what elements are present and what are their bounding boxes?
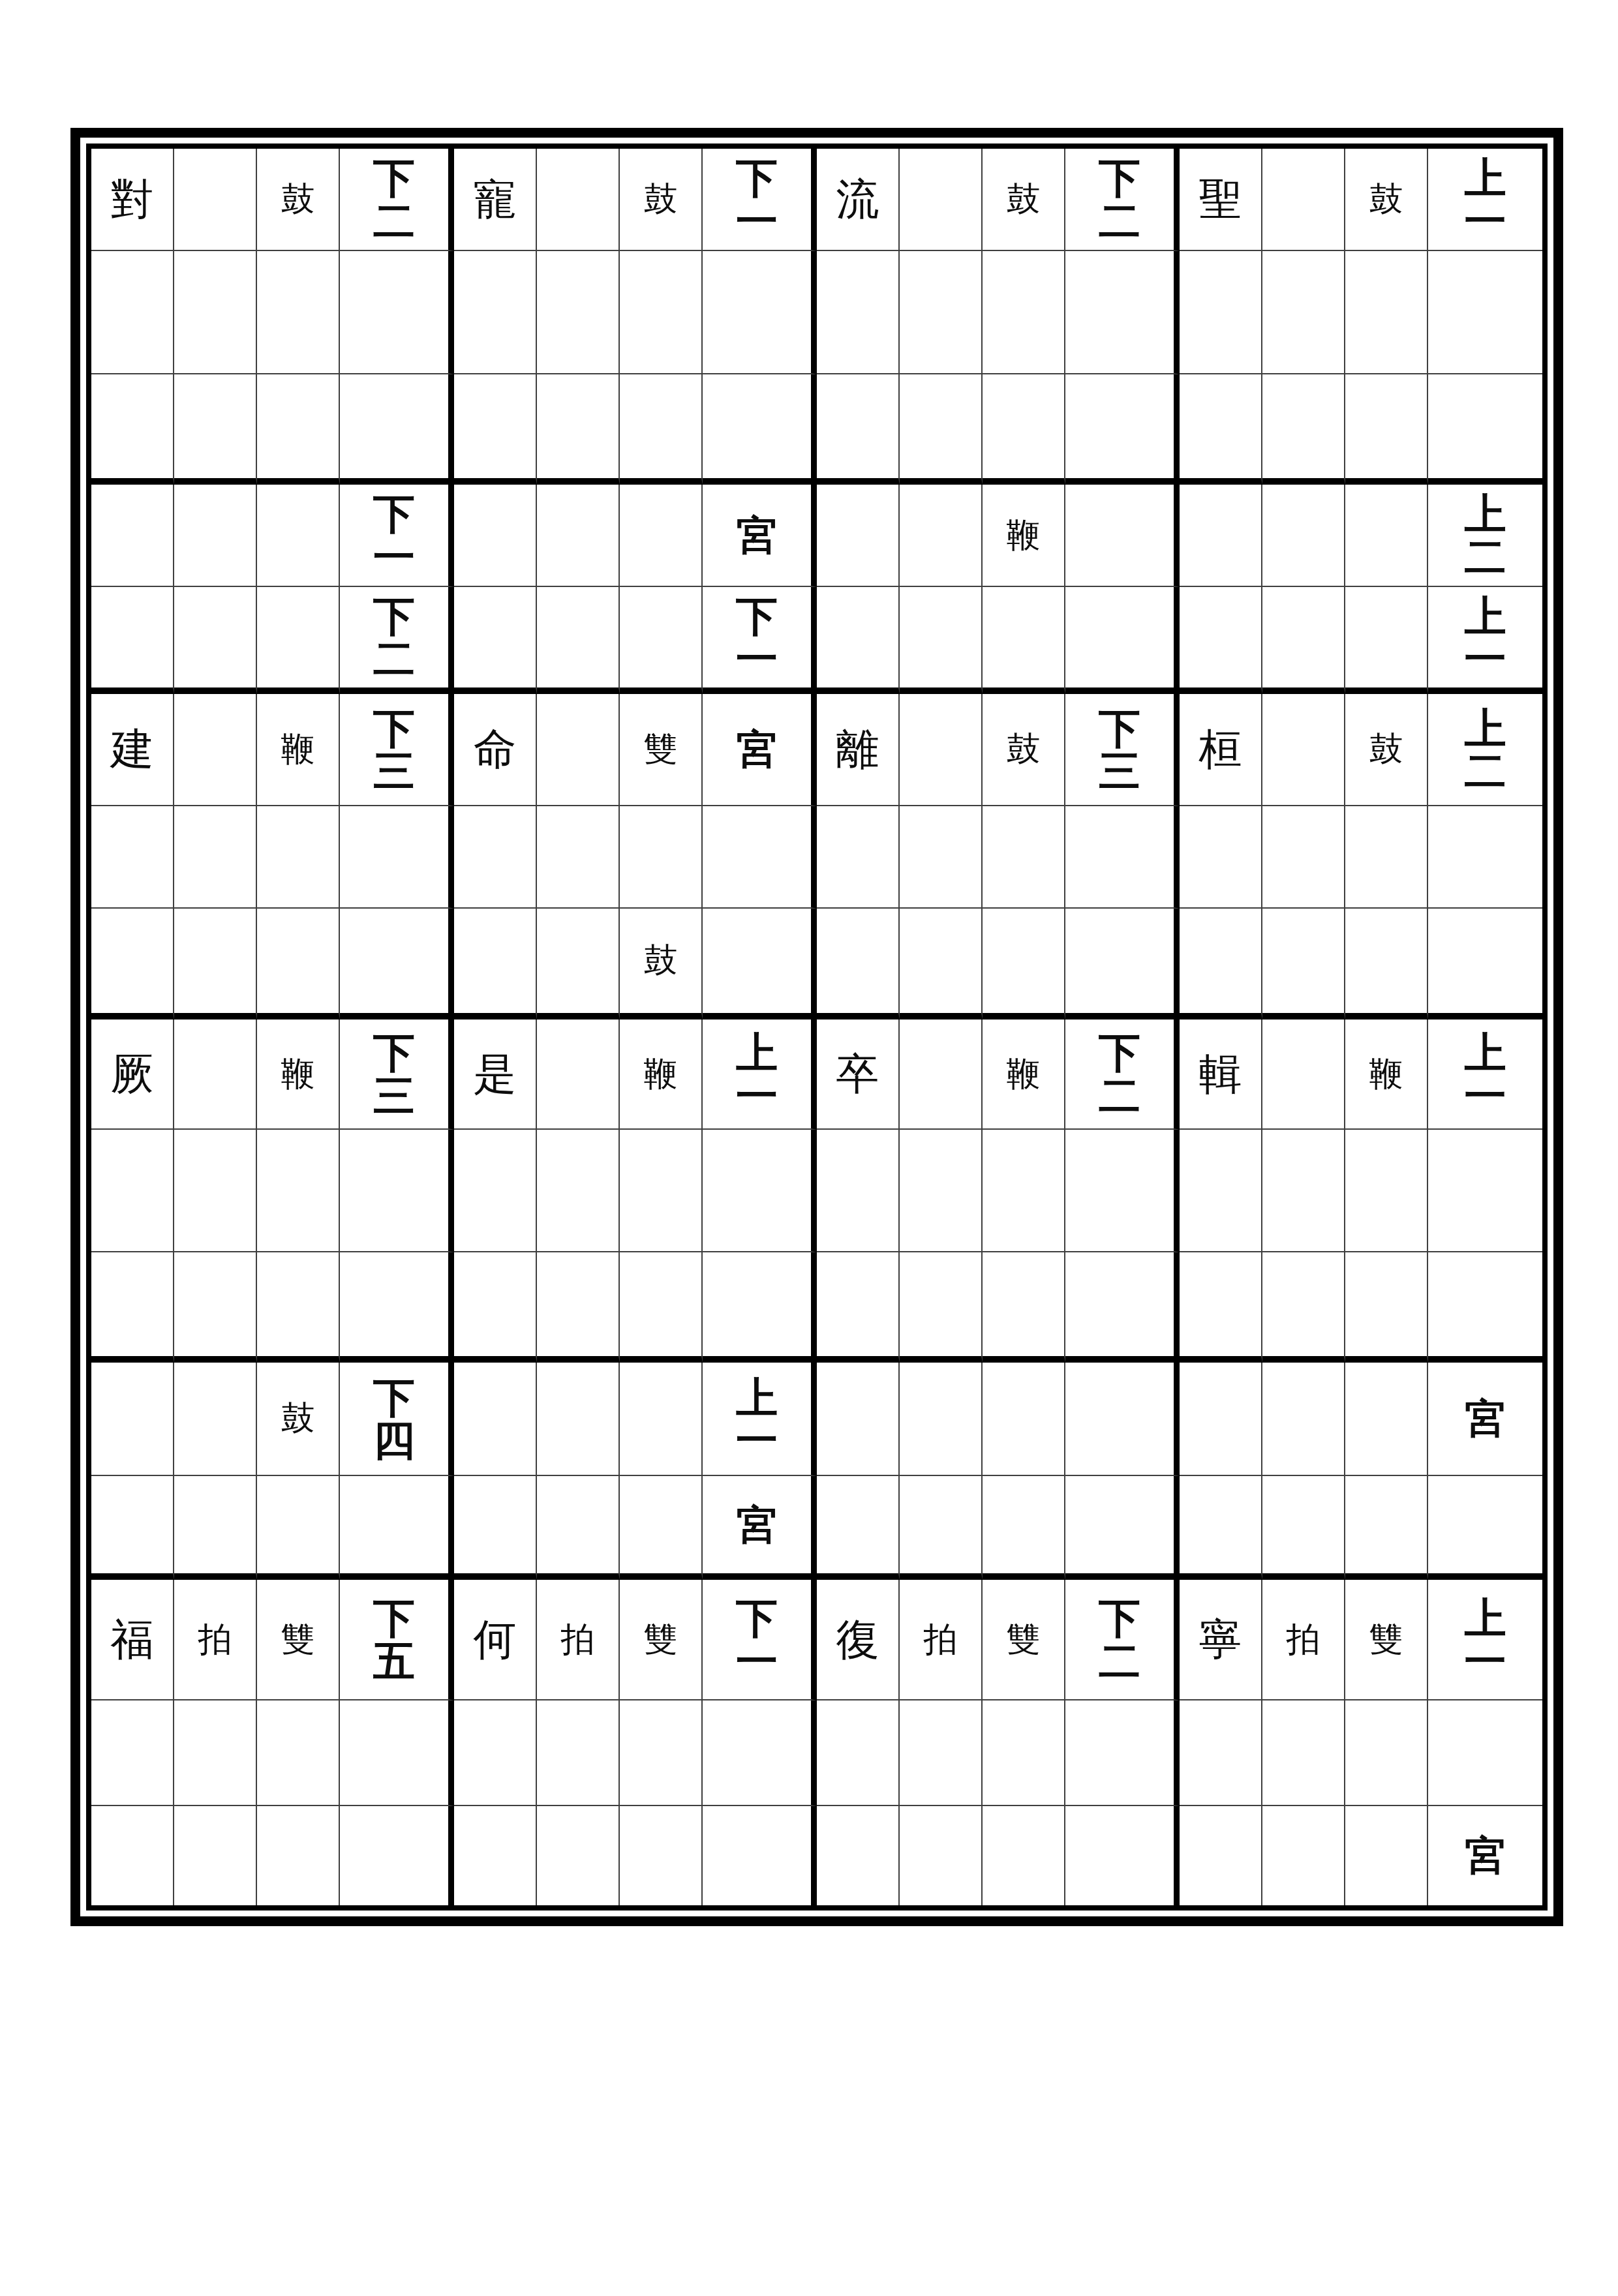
cell-r12c4-pitch: 下四 [340,1363,454,1476]
cell-r6c1-lyric: 建 [91,694,174,806]
pitch-char: 一 [1465,1074,1506,1117]
pitch-char: 宮 [737,515,777,556]
cell-r2c3 [257,251,340,374]
cell-r11c6 [537,1252,620,1363]
pitch-char: 下 [1099,707,1140,749]
cell-r13c5 [454,1476,537,1580]
cell-r16c7 [620,1806,703,1905]
cell-r12c3-percussion: 鼓 [257,1363,340,1476]
pitch-char: 上 [1465,492,1506,535]
cell-r4c9 [817,485,900,587]
cell-r7c10 [900,806,983,909]
pitch-char: 下 [1099,1031,1140,1074]
cell-r13c15 [1345,1476,1428,1580]
cell-r11c9 [817,1252,900,1363]
cell-r1c4-pitch: 下二 [340,149,454,251]
cell-r4c10 [900,485,983,587]
cell-r14c10-clapper: 拍 [900,1580,983,1700]
cell-r10c15 [1345,1130,1428,1252]
cell-r4c11-percussion: 鞭 [983,485,1065,587]
cell-r12c16-pitch: 宮 [1428,1363,1542,1476]
cell-r10c12 [1065,1130,1180,1252]
cell-r14c5-lyric: 何 [454,1580,537,1700]
cell-r7c12 [1065,806,1180,909]
cell-r6c6 [537,694,620,806]
cell-r1c8-pitch: 下一 [703,149,817,251]
cell-r4c1 [91,485,174,587]
cell-r5c6 [537,587,620,694]
pitch-char: 下 [373,1376,415,1419]
cell-r3c5 [454,374,537,485]
cell-r8c3 [257,909,340,1020]
cell-r8c11 [983,909,1065,1020]
pitch-char: 上 [1465,1031,1506,1074]
cell-r5c3 [257,587,340,694]
cell-r2c11 [983,251,1065,374]
cell-r5c15 [1345,587,1428,694]
cell-r12c6 [537,1363,620,1476]
cell-r9c15-percussion: 鞭 [1345,1020,1428,1130]
cell-r13c7 [620,1476,703,1580]
cell-r5c14 [1262,587,1345,694]
cell-r14c13-lyric: 寧 [1180,1580,1262,1700]
cell-r12c10 [900,1363,983,1476]
pitch-char: 一 [736,637,778,680]
cell-r2c13 [1180,251,1262,374]
pitch-char: 下 [373,492,415,535]
pitch-char: 宮 [1465,1398,1506,1439]
cell-r8c15 [1345,909,1428,1020]
cell-r4c13 [1180,485,1262,587]
cell-r2c12 [1065,251,1180,374]
cell-r5c5 [454,587,537,694]
cell-r16c13 [1180,1806,1262,1905]
cell-r9c14 [1262,1020,1345,1130]
cell-r6c15-percussion: 鼓 [1345,694,1428,806]
cell-r9c3-percussion: 鞭 [257,1020,340,1130]
cell-r3c14 [1262,374,1345,485]
cell-r1c5-lyric: 寵 [454,149,537,251]
cell-r15c16 [1428,1700,1542,1806]
cell-r11c4 [340,1252,454,1363]
pitch-char: 一 [736,1074,778,1117]
cell-r5c1 [91,587,174,694]
cell-r3c3 [257,374,340,485]
cell-r8c4 [340,909,454,1020]
cell-r2c4 [340,251,454,374]
cell-r6c3-percussion: 鞭 [257,694,340,806]
cell-r16c16-pitch: 宮 [1428,1806,1542,1905]
cell-r10c6 [537,1130,620,1252]
cell-r1c15-percussion: 鼓 [1345,149,1428,251]
cell-r10c11 [983,1130,1065,1252]
pitch-char: 二 [1099,1640,1140,1682]
cell-r3c10 [900,374,983,485]
cell-r9c6 [537,1020,620,1130]
cell-r14c16-pitch: 上一 [1428,1580,1542,1700]
pitch-char: 一 [1465,200,1506,242]
cell-r7c16 [1428,806,1542,909]
cell-r13c12 [1065,1476,1180,1580]
cell-r9c11-percussion: 鞭 [983,1020,1065,1130]
cell-r5c13 [1180,587,1262,694]
cell-r6c14 [1262,694,1345,806]
cell-r4c6 [537,485,620,587]
cell-r13c6 [537,1476,620,1580]
cell-r4c15 [1345,485,1428,587]
cell-r11c10 [900,1252,983,1363]
pitch-char: 下 [736,157,778,199]
cell-r10c1 [91,1130,174,1252]
pitch-char: 一 [736,1640,778,1682]
cell-r11c5 [454,1252,537,1363]
cell-r3c16 [1428,374,1542,485]
cell-r7c4 [340,806,454,909]
pitch-char: 一 [736,1419,778,1461]
cell-r6c16-pitch: 上二 [1428,694,1542,806]
cell-r13c4 [340,1476,454,1580]
cell-r12c5 [454,1363,537,1476]
pitch-char: 三 [373,749,415,792]
cell-r4c7 [620,485,703,587]
cell-r12c14 [1262,1363,1345,1476]
cell-r10c8 [703,1130,817,1252]
cell-r2c16 [1428,251,1542,374]
cell-r15c7 [620,1700,703,1806]
cell-r16c15 [1345,1806,1428,1905]
pitch-char: 二 [1465,749,1506,792]
cell-r3c2 [174,374,257,485]
cell-r8c6 [537,909,620,1020]
cell-r6c7-percussion: 雙 [620,694,703,806]
music-score-sheet: 對鼓下二寵鼓下一流鼓下二聖鼓上一下一宮鞭上二下二下一上一建鞭下三命雙宮離鼓下三桓… [0,0,1618,2296]
cell-r11c2 [174,1252,257,1363]
cell-r7c6 [537,806,620,909]
cell-r15c12 [1065,1700,1180,1806]
cell-r13c8-pitch: 宮 [703,1476,817,1580]
score-inner-frame: 對鼓下二寵鼓下一流鼓下二聖鼓上一下一宮鞭上二下二下一上一建鞭下三命雙宮離鼓下三桓… [86,143,1548,1911]
cell-r7c11 [983,806,1065,909]
pitch-char: 二 [1465,536,1506,578]
pitch-char: 五 [373,1640,415,1682]
cell-r14c2-clapper: 拍 [174,1580,257,1700]
cell-r12c7 [620,1363,703,1476]
cell-r7c13 [1180,806,1262,909]
pitch-char: 上 [736,1031,778,1074]
cell-r5c4-pitch: 下二 [340,587,454,694]
cell-r14c8-pitch: 下一 [703,1580,817,1700]
cell-r14c14-clapper: 拍 [1262,1580,1345,1700]
cell-r15c5 [454,1700,537,1806]
cell-r8c1 [91,909,174,1020]
cell-r5c8-pitch: 下一 [703,587,817,694]
cell-r3c9 [817,374,900,485]
cell-r15c6 [537,1700,620,1806]
cell-r15c13 [1180,1700,1262,1806]
cell-r16c3 [257,1806,340,1905]
cell-r6c2 [174,694,257,806]
cell-r9c2 [174,1020,257,1130]
cell-r13c13 [1180,1476,1262,1580]
cell-r11c3 [257,1252,340,1363]
cell-r1c7-percussion: 鼓 [620,149,703,251]
cell-r13c1 [91,1476,174,1580]
pitch-char: 二 [373,637,415,680]
cell-r15c10 [900,1700,983,1806]
cell-r13c2 [174,1476,257,1580]
cell-r13c9 [817,1476,900,1580]
cell-r6c11-percussion: 鼓 [983,694,1065,806]
pitch-char: 下 [373,1597,415,1639]
pitch-char: 下 [1099,1597,1140,1639]
cell-r2c15 [1345,251,1428,374]
cell-r10c4 [340,1130,454,1252]
pitch-char: 下 [373,595,415,637]
cell-r14c4-pitch: 下五 [340,1580,454,1700]
cell-r10c10 [900,1130,983,1252]
cell-r1c13-lyric: 聖 [1180,149,1262,251]
cell-r8c2 [174,909,257,1020]
cell-r14c6-clapper: 拍 [537,1580,620,1700]
cell-r4c16-pitch: 上二 [1428,485,1542,587]
pitch-char: 一 [736,200,778,242]
cell-r2c8 [703,251,817,374]
cell-r5c9 [817,587,900,694]
cell-r5c10 [900,587,983,694]
cell-r6c5-lyric: 命 [454,694,537,806]
cell-r1c2 [174,149,257,251]
cell-r7c8 [703,806,817,909]
cell-r16c11 [983,1806,1065,1905]
cell-r14c3-percussion: 雙 [257,1580,340,1700]
cell-r12c12 [1065,1363,1180,1476]
pitch-char: 二 [1099,1074,1140,1117]
cell-r10c7 [620,1130,703,1252]
cell-r12c8-pitch: 上一 [703,1363,817,1476]
cell-r2c14 [1262,251,1345,374]
cell-r3c8 [703,374,817,485]
cell-r7c1 [91,806,174,909]
cell-r16c8 [703,1806,817,1905]
cell-r10c13 [1180,1130,1262,1252]
cell-r4c3 [257,485,340,587]
pitch-char: 上 [1465,707,1506,749]
cell-r3c6 [537,374,620,485]
cell-r9c5-lyric: 是 [454,1020,537,1130]
cell-r12c2 [174,1363,257,1476]
cell-r12c1 [91,1363,174,1476]
cell-r13c16 [1428,1476,1542,1580]
cell-r14c1-lyric: 福 [91,1580,174,1700]
pitch-char: 三 [373,1074,415,1117]
cell-r8c14 [1262,909,1345,1020]
cell-r14c12-pitch: 下二 [1065,1580,1180,1700]
cell-r15c1 [91,1700,174,1806]
cell-r3c1 [91,374,174,485]
cell-r5c2 [174,587,257,694]
cell-r15c4 [340,1700,454,1806]
cell-r8c10 [900,909,983,1020]
cell-r11c11 [983,1252,1065,1363]
cell-r9c12-pitch: 下二 [1065,1020,1180,1130]
cell-r2c5 [454,251,537,374]
cell-r7c15 [1345,806,1428,909]
pitch-char: 下 [373,1031,415,1074]
cell-r15c9 [817,1700,900,1806]
cell-r9c4-pitch: 下三 [340,1020,454,1130]
cell-r3c7 [620,374,703,485]
cell-r16c10 [900,1806,983,1905]
cell-r16c4 [340,1806,454,1905]
cell-r3c13 [1180,374,1262,485]
cell-r11c13 [1180,1252,1262,1363]
cell-r16c1 [91,1806,174,1905]
cell-r14c15-percussion: 雙 [1345,1580,1428,1700]
cell-r9c13-lyric: 輯 [1180,1020,1262,1130]
cell-r8c8 [703,909,817,1020]
cell-r13c3 [257,1476,340,1580]
pitch-char: 二 [1099,200,1140,242]
cell-r14c9-lyric: 復 [817,1580,900,1700]
cell-r16c9 [817,1806,900,1905]
cell-r15c15 [1345,1700,1428,1806]
pitch-char: 上 [1465,595,1506,637]
cell-r16c12 [1065,1806,1180,1905]
cell-r7c3 [257,806,340,909]
pitch-char: 上 [736,1376,778,1419]
cell-r15c3 [257,1700,340,1806]
pitch-char: 二 [373,200,415,242]
cell-r11c16 [1428,1252,1542,1363]
pitch-char: 一 [1465,1640,1506,1682]
cell-r11c8 [703,1252,817,1363]
cell-r9c10 [900,1020,983,1130]
pitch-char: 宮 [737,729,777,770]
pitch-char: 三 [1099,749,1140,792]
cell-r10c16 [1428,1130,1542,1252]
cell-r1c1-lyric: 對 [91,149,174,251]
cell-r8c9 [817,909,900,1020]
pitch-char: 下 [1099,157,1140,199]
cell-r4c14 [1262,485,1345,587]
score-outer-frame: 對鼓下二寵鼓下一流鼓下二聖鼓上一下一宮鞭上二下二下一上一建鞭下三命雙宮離鼓下三桓… [70,128,1563,1926]
cell-r3c4 [340,374,454,485]
cell-r15c8 [703,1700,817,1806]
pitch-char: 上 [1465,157,1506,199]
cell-r9c1-lyric: 厥 [91,1020,174,1130]
pitch-char: 一 [1465,637,1506,680]
cell-r7c7 [620,806,703,909]
cell-r1c12-pitch: 下二 [1065,149,1180,251]
cell-r2c2 [174,251,257,374]
cell-r11c15 [1345,1252,1428,1363]
cell-r4c5 [454,485,537,587]
cell-r1c10 [900,149,983,251]
cell-r8c16 [1428,909,1542,1020]
cell-r8c12 [1065,909,1180,1020]
cell-r8c13 [1180,909,1262,1020]
cell-r4c2 [174,485,257,587]
cell-r6c12-pitch: 下三 [1065,694,1180,806]
cell-r6c8-pitch: 宮 [703,694,817,806]
cell-r12c11 [983,1363,1065,1476]
cell-r2c1 [91,251,174,374]
cell-r7c2 [174,806,257,909]
pitch-char: 宮 [1465,1835,1506,1876]
cell-r6c13-lyric: 桓 [1180,694,1262,806]
cell-r9c9-lyric: 卒 [817,1020,900,1130]
pitch-char: 下 [373,157,415,199]
score-grid: 對鼓下二寵鼓下一流鼓下二聖鼓上一下一宮鞭上二下二下一上一建鞭下三命雙宮離鼓下三桓… [91,149,1542,1905]
cell-r1c16-pitch: 上一 [1428,149,1542,251]
cell-r10c14 [1262,1130,1345,1252]
cell-r16c6 [537,1806,620,1905]
cell-r11c7 [620,1252,703,1363]
cell-r12c15 [1345,1363,1428,1476]
cell-r13c10 [900,1476,983,1580]
cell-r9c7-percussion: 鞭 [620,1020,703,1130]
cell-r15c14 [1262,1700,1345,1806]
cell-r2c7 [620,251,703,374]
cell-r1c3-percussion: 鼓 [257,149,340,251]
pitch-char: 一 [373,536,415,578]
cell-r2c9 [817,251,900,374]
cell-r14c7-percussion: 雙 [620,1580,703,1700]
cell-r8c5 [454,909,537,1020]
cell-r16c5 [454,1806,537,1905]
cell-r15c11 [983,1700,1065,1806]
cell-r10c5 [454,1130,537,1252]
cell-r11c14 [1262,1252,1345,1363]
cell-r7c14 [1262,806,1345,909]
cell-r16c2 [174,1806,257,1905]
cell-r1c11-percussion: 鼓 [983,149,1065,251]
pitch-char: 下 [736,1597,778,1639]
pitch-char: 宮 [737,1504,777,1545]
cell-r3c15 [1345,374,1428,485]
cell-r4c8-pitch: 宮 [703,485,817,587]
pitch-char: 四 [373,1419,415,1461]
cell-r13c11 [983,1476,1065,1580]
cell-r11c1 [91,1252,174,1363]
cell-r12c13 [1180,1363,1262,1476]
cell-r7c5 [454,806,537,909]
cell-r5c11 [983,587,1065,694]
cell-r1c14 [1262,149,1345,251]
cell-r10c9 [817,1130,900,1252]
cell-r14c11-percussion: 雙 [983,1580,1065,1700]
cell-r7c9 [817,806,900,909]
cell-r2c6 [537,251,620,374]
cell-r15c2 [174,1700,257,1806]
cell-r6c9-lyric: 離 [817,694,900,806]
cell-r13c14 [1262,1476,1345,1580]
cell-r9c16-pitch: 上一 [1428,1020,1542,1130]
cell-r1c9-lyric: 流 [817,149,900,251]
cell-r16c14 [1262,1806,1345,1905]
cell-r3c11 [983,374,1065,485]
cell-r10c2 [174,1130,257,1252]
pitch-char: 上 [1465,1597,1506,1639]
cell-r5c12 [1065,587,1180,694]
cell-r6c10 [900,694,983,806]
pitch-char: 下 [736,595,778,637]
cell-r1c6 [537,149,620,251]
cell-r8c7-percussion: 鼓 [620,909,703,1020]
cell-r11c12 [1065,1252,1180,1363]
cell-r3c12 [1065,374,1180,485]
cell-r12c9 [817,1363,900,1476]
